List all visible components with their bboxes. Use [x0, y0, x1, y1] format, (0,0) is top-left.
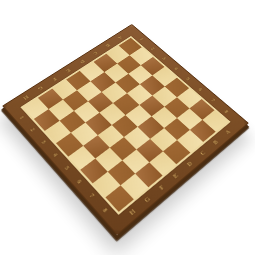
coordinate-label: 5	[64, 165, 71, 171]
coordinate-label: E	[65, 68, 72, 73]
coordinate-label: 4	[52, 152, 59, 158]
coordinate-label: H	[22, 94, 29, 100]
coordinate-label: B	[105, 43, 111, 48]
coordinate-label: A	[224, 129, 231, 135]
coordinate-label: D	[79, 59, 86, 64]
coordinate-label: 6	[76, 178, 83, 184]
coordinate-label: B	[212, 139, 219, 145]
coordinate-label: 1	[139, 37, 145, 41]
coordinate-label: 6	[197, 87, 203, 92]
board-grid	[23, 38, 228, 212]
coordinate-label: E	[172, 172, 180, 179]
photo-background: 12345678 12345678 ABCDEFGH ABCDEFGH	[0, 0, 255, 255]
coordinate-label: 5	[185, 76, 191, 81]
playing-area	[20, 36, 230, 215]
coordinate-label: 8	[101, 207, 108, 214]
coordinate-label: G	[143, 195, 151, 203]
coordinate-label: C	[92, 51, 99, 56]
board-perspective-scene: 12345678 12345678 ABCDEFGH ABCDEFGH	[32, 21, 219, 208]
board-tilt-wrapper: 12345678 12345678 ABCDEFGH ABCDEFGH	[32, 21, 219, 208]
coordinate-label: A	[117, 35, 123, 40]
coordinate-label: 1	[18, 115, 25, 120]
coordinate-label: 3	[161, 56, 167, 60]
coordinate-label: 7	[210, 98, 216, 103]
coordinate-label: 7	[88, 192, 95, 198]
chess-board: 12345678 12345678 ABCDEFGH ABCDEFGH	[2, 24, 249, 235]
coordinate-label: D	[186, 161, 194, 168]
coordinate-label: 2	[150, 46, 156, 50]
coordinate-label: F	[158, 184, 165, 191]
coordinate-label: 3	[40, 139, 47, 145]
coordinate-label: H	[128, 208, 136, 216]
coordinate-label: G	[37, 85, 44, 91]
coordinate-label: C	[199, 150, 207, 157]
coordinate-label: F	[52, 77, 58, 82]
coordinate-label: 4	[173, 66, 179, 71]
coordinate-label: 8	[223, 109, 229, 114]
coordinate-label: 2	[29, 127, 36, 132]
